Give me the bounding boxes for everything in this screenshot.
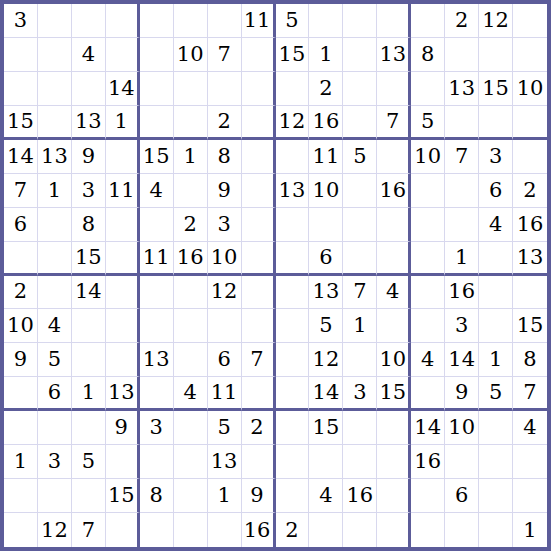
cell-r2c5-empty[interactable] — [140, 38, 174, 72]
cell-r2c9-given: 15 — [276, 38, 310, 72]
cell-r9c12-given: 4 — [377, 276, 411, 310]
cell-r5c8-empty[interactable] — [242, 140, 276, 174]
cell-r11c5-given: 13 — [140, 343, 174, 377]
cell-r13c7-given: 5 — [208, 411, 242, 445]
cell-r15c8-given: 9 — [242, 479, 276, 513]
cell-r11c1-given: 9 — [4, 343, 38, 377]
cell-r12c6-given: 4 — [174, 377, 208, 411]
cell-r9c7-given: 12 — [208, 276, 242, 310]
sudoku-16x16-board: 3115212410715113814213151015131212167514… — [0, 0, 551, 551]
cell-r6c9-given: 13 — [276, 174, 310, 208]
cell-r5c11-given: 5 — [343, 140, 377, 174]
cell-r9c14-given: 16 — [445, 276, 479, 310]
cell-r10c9-empty[interactable] — [276, 309, 310, 343]
cell-r16c7-empty[interactable] — [208, 513, 242, 547]
cell-r11c13-given: 4 — [411, 343, 445, 377]
cell-r3c8-empty[interactable] — [242, 72, 276, 106]
cell-r15c3-empty[interactable] — [72, 479, 106, 513]
cell-r2c10-given: 1 — [309, 38, 343, 72]
cell-r10c12-empty[interactable] — [377, 309, 411, 343]
cell-r3c14-given: 13 — [445, 72, 479, 106]
cell-r7c14-empty[interactable] — [445, 208, 479, 242]
cell-r3c16-given: 10 — [513, 72, 547, 106]
cell-r14c11-empty[interactable] — [343, 445, 377, 479]
cell-r10c15-empty[interactable] — [479, 309, 513, 343]
cell-r5c1-given: 14 — [4, 140, 38, 174]
cell-r14c5-empty[interactable] — [140, 445, 174, 479]
cell-r16c10-empty[interactable] — [309, 513, 343, 547]
cell-r3c1-empty[interactable] — [4, 72, 38, 106]
cell-r11c6-empty[interactable] — [174, 343, 208, 377]
cell-r11c9-empty[interactable] — [276, 343, 310, 377]
cell-r8c11-empty[interactable] — [343, 242, 377, 276]
cell-r3c2-empty[interactable] — [38, 72, 72, 106]
cell-r10c14-given: 3 — [445, 309, 479, 343]
cell-r15c13-empty[interactable] — [411, 479, 445, 513]
cell-r1c10-empty[interactable] — [309, 4, 343, 38]
cell-r10c5-empty[interactable] — [140, 309, 174, 343]
cell-r6c15-given: 6 — [479, 174, 513, 208]
cell-r12c16-given: 7 — [513, 377, 547, 411]
cell-r7c7-given: 3 — [208, 208, 242, 242]
cell-r14c3-given: 5 — [72, 445, 106, 479]
cell-r3c3-empty[interactable] — [72, 72, 106, 106]
cell-r1c3-empty[interactable] — [72, 4, 106, 38]
cell-r7c12-empty[interactable] — [377, 208, 411, 242]
cell-r3c11-empty[interactable] — [343, 72, 377, 106]
cell-r12c7-given: 11 — [208, 377, 242, 411]
cell-r9c6-empty[interactable] — [174, 276, 208, 310]
cell-r6c2-given: 1 — [38, 174, 72, 208]
cell-r13c16-given: 4 — [513, 411, 547, 445]
cell-r4c14-empty[interactable] — [445, 106, 479, 140]
cell-r7c6-given: 2 — [174, 208, 208, 242]
cell-r10c2-given: 4 — [38, 309, 72, 343]
cell-r4c4-given: 1 — [106, 106, 140, 140]
cell-r5c5-given: 15 — [140, 140, 174, 174]
cell-r5c12-empty[interactable] — [377, 140, 411, 174]
cell-r9c3-given: 14 — [72, 276, 106, 310]
cell-r6c4-given: 11 — [106, 174, 140, 208]
cell-r2c1-empty[interactable] — [4, 38, 38, 72]
cell-r2c11-empty[interactable] — [343, 38, 377, 72]
cell-r3c5-empty[interactable] — [140, 72, 174, 106]
cell-r1c4-empty[interactable] — [106, 4, 140, 38]
cell-r2c3-given: 4 — [72, 38, 106, 72]
cell-r2c4-empty[interactable] — [106, 38, 140, 72]
cell-r9c2-empty[interactable] — [38, 276, 72, 310]
cell-r3c4-given: 14 — [106, 72, 140, 106]
cell-r13c3-empty[interactable] — [72, 411, 106, 445]
cell-r12c2-given: 6 — [38, 377, 72, 411]
cell-r11c16-given: 8 — [513, 343, 547, 377]
cell-r12c3-given: 1 — [72, 377, 106, 411]
cell-r14c6-empty[interactable] — [174, 445, 208, 479]
cell-r10c8-empty[interactable] — [242, 309, 276, 343]
cell-r13c13-given: 14 — [411, 411, 445, 445]
cell-r4c13-given: 5 — [411, 106, 445, 140]
cell-r1c1-given: 3 — [4, 4, 38, 38]
cell-r4c16-empty[interactable] — [513, 106, 547, 140]
cell-r15c6-empty[interactable] — [174, 479, 208, 513]
cell-r16c15-empty[interactable] — [479, 513, 513, 547]
cell-r4c9-given: 12 — [276, 106, 310, 140]
cell-r2c2-empty[interactable] — [38, 38, 72, 72]
cell-r13c15-empty[interactable] — [479, 411, 513, 445]
cell-r13c1-empty[interactable] — [4, 411, 38, 445]
cell-r9c11-given: 7 — [343, 276, 377, 310]
cell-r16c4-empty[interactable] — [106, 513, 140, 547]
cell-r11c15-given: 1 — [479, 343, 513, 377]
cell-r15c10-given: 4 — [309, 479, 343, 513]
cell-r1c15-given: 12 — [479, 4, 513, 38]
cell-r6c10-given: 10 — [309, 174, 343, 208]
cell-r10c13-empty[interactable] — [411, 309, 445, 343]
cell-r12c13-empty[interactable] — [411, 377, 445, 411]
cell-r12c9-empty[interactable] — [276, 377, 310, 411]
cell-r8c15-empty[interactable] — [479, 242, 513, 276]
cell-r8c3-given: 15 — [72, 242, 106, 276]
cell-r10c16-given: 15 — [513, 309, 547, 343]
cell-r7c16-given: 16 — [513, 208, 547, 242]
cell-r15c12-empty[interactable] — [377, 479, 411, 513]
cell-r2c12-given: 13 — [377, 38, 411, 72]
cell-r8c8-empty[interactable] — [242, 242, 276, 276]
cell-r2c6-given: 10 — [174, 38, 208, 72]
cell-r4c15-empty[interactable] — [479, 106, 513, 140]
cell-r8c10-given: 6 — [309, 242, 343, 276]
cell-r13c8-given: 2 — [242, 411, 276, 445]
cell-r7c3-given: 8 — [72, 208, 106, 242]
cell-r4c1-given: 15 — [4, 106, 38, 140]
cell-r16c11-empty[interactable] — [343, 513, 377, 547]
cell-r1c16-empty[interactable] — [513, 4, 547, 38]
cell-r7c10-empty[interactable] — [309, 208, 343, 242]
cell-r5c13-given: 10 — [411, 140, 445, 174]
cell-r10c6-empty[interactable] — [174, 309, 208, 343]
cell-r12c15-given: 5 — [479, 377, 513, 411]
cell-r13c11-empty[interactable] — [343, 411, 377, 445]
cell-r13c4-given: 9 — [106, 411, 140, 445]
cell-r2c13-given: 8 — [411, 38, 445, 72]
cell-r12c10-given: 14 — [309, 377, 343, 411]
cell-r1c14-given: 2 — [445, 4, 479, 38]
cell-r9c1-given: 2 — [4, 276, 38, 310]
cell-r7c9-empty[interactable] — [276, 208, 310, 242]
cell-r11c14-given: 14 — [445, 343, 479, 377]
cell-r15c1-empty[interactable] — [4, 479, 38, 513]
cell-r16c3-given: 7 — [72, 513, 106, 547]
cell-r6c13-empty[interactable] — [411, 174, 445, 208]
cell-r9c10-given: 13 — [309, 276, 343, 310]
cell-r13c2-empty[interactable] — [38, 411, 72, 445]
cell-r13c10-given: 15 — [309, 411, 343, 445]
cell-r14c7-given: 13 — [208, 445, 242, 479]
cell-r8c9-empty[interactable] — [276, 242, 310, 276]
cell-r13c12-empty[interactable] — [377, 411, 411, 445]
cell-r14c2-given: 3 — [38, 445, 72, 479]
cell-r7c13-empty[interactable] — [411, 208, 445, 242]
cell-r3c13-empty[interactable] — [411, 72, 445, 106]
cell-r2c8-empty[interactable] — [242, 38, 276, 72]
cell-r6c3-given: 3 — [72, 174, 106, 208]
cell-r6c11-empty[interactable] — [343, 174, 377, 208]
cell-r9c8-empty[interactable] — [242, 276, 276, 310]
cell-r6c5-given: 4 — [140, 174, 174, 208]
cell-r3c7-empty[interactable] — [208, 72, 242, 106]
cell-r5c9-empty[interactable] — [276, 140, 310, 174]
cell-r3c10-given: 2 — [309, 72, 343, 106]
cell-r4c6-empty[interactable] — [174, 106, 208, 140]
cell-r4c12-given: 7 — [377, 106, 411, 140]
cell-r15c11-given: 16 — [343, 479, 377, 513]
cell-r16c2-given: 12 — [38, 513, 72, 547]
cell-r6c1-given: 7 — [4, 174, 38, 208]
cell-r10c11-given: 1 — [343, 309, 377, 343]
cell-r4c7-given: 2 — [208, 106, 242, 140]
cell-r2c15-empty[interactable] — [479, 38, 513, 72]
cell-r9c4-empty[interactable] — [106, 276, 140, 310]
cell-r4c2-empty[interactable] — [38, 106, 72, 140]
cell-r6c6-empty[interactable] — [174, 174, 208, 208]
cell-r1c11-empty[interactable] — [343, 4, 377, 38]
cell-r14c16-empty[interactable] — [513, 445, 547, 479]
cell-r9c13-empty[interactable] — [411, 276, 445, 310]
cell-r13c9-empty[interactable] — [276, 411, 310, 445]
cell-r6c12-given: 16 — [377, 174, 411, 208]
cell-r3c15-given: 15 — [479, 72, 513, 106]
cell-r1c2-empty[interactable] — [38, 4, 72, 38]
cell-r12c1-empty[interactable] — [4, 377, 38, 411]
cell-r7c11-empty[interactable] — [343, 208, 377, 242]
cell-r4c8-empty[interactable] — [242, 106, 276, 140]
cell-r16c8-given: 16 — [242, 513, 276, 547]
cell-r5c10-given: 11 — [309, 140, 343, 174]
cell-r11c8-given: 7 — [242, 343, 276, 377]
cell-r11c10-given: 12 — [309, 343, 343, 377]
cell-r8c5-given: 11 — [140, 242, 174, 276]
cell-r2c16-empty[interactable] — [513, 38, 547, 72]
cell-r10c4-empty[interactable] — [106, 309, 140, 343]
cell-r11c12-given: 10 — [377, 343, 411, 377]
cell-r16c14-empty[interactable] — [445, 513, 479, 547]
cell-r11c11-empty[interactable] — [343, 343, 377, 377]
cell-r16c16-given: 1 — [513, 513, 547, 547]
cell-r12c4-given: 13 — [106, 377, 140, 411]
cell-r2c7-given: 7 — [208, 38, 242, 72]
cell-r10c10-given: 5 — [309, 309, 343, 343]
cell-r8c14-given: 1 — [445, 242, 479, 276]
cell-r6c16-given: 2 — [513, 174, 547, 208]
cell-r7c4-empty[interactable] — [106, 208, 140, 242]
cell-r15c7-given: 1 — [208, 479, 242, 513]
cell-r13c14-given: 10 — [445, 411, 479, 445]
cell-r5c3-given: 9 — [72, 140, 106, 174]
cell-r12c12-given: 15 — [377, 377, 411, 411]
cell-r8c16-given: 13 — [513, 242, 547, 276]
cell-r13c5-given: 3 — [140, 411, 174, 445]
cell-r5c16-empty[interactable] — [513, 140, 547, 174]
cell-r6c8-empty[interactable] — [242, 174, 276, 208]
cell-r7c1-given: 6 — [4, 208, 38, 242]
cell-r6c14-empty[interactable] — [445, 174, 479, 208]
cell-r14c8-empty[interactable] — [242, 445, 276, 479]
cell-r12c8-empty[interactable] — [242, 377, 276, 411]
cell-r14c1-given: 1 — [4, 445, 38, 479]
cell-r10c7-empty[interactable] — [208, 309, 242, 343]
cell-r13c6-empty[interactable] — [174, 411, 208, 445]
cell-r8c1-empty[interactable] — [4, 242, 38, 276]
cell-r10c1-given: 10 — [4, 309, 38, 343]
cell-r5c4-empty[interactable] — [106, 140, 140, 174]
cell-r5c14-given: 7 — [445, 140, 479, 174]
cell-r4c10-given: 16 — [309, 106, 343, 140]
cell-r5c6-given: 1 — [174, 140, 208, 174]
cell-r7c2-empty[interactable] — [38, 208, 72, 242]
cell-r16c12-empty[interactable] — [377, 513, 411, 547]
cell-r11c7-given: 6 — [208, 343, 242, 377]
cell-r14c10-empty[interactable] — [309, 445, 343, 479]
cell-r12c5-empty[interactable] — [140, 377, 174, 411]
cell-r4c5-empty[interactable] — [140, 106, 174, 140]
cell-r14c14-empty[interactable] — [445, 445, 479, 479]
cell-r15c16-empty[interactable] — [513, 479, 547, 513]
cell-r14c13-given: 16 — [411, 445, 445, 479]
cell-r8c7-given: 10 — [208, 242, 242, 276]
cell-r16c6-empty[interactable] — [174, 513, 208, 547]
cell-r9c15-empty[interactable] — [479, 276, 513, 310]
cell-r4c3-given: 13 — [72, 106, 106, 140]
cell-r10c3-empty[interactable] — [72, 309, 106, 343]
cell-r1c6-empty[interactable] — [174, 4, 208, 38]
cell-r1c12-empty[interactable] — [377, 4, 411, 38]
cell-r9c5-empty[interactable] — [140, 276, 174, 310]
cell-r16c5-empty[interactable] — [140, 513, 174, 547]
cell-r11c4-empty[interactable] — [106, 343, 140, 377]
cell-r1c9-given: 5 — [276, 4, 310, 38]
cell-r15c2-empty[interactable] — [38, 479, 72, 513]
cell-r15c9-empty[interactable] — [276, 479, 310, 513]
cell-r3c9-empty[interactable] — [276, 72, 310, 106]
cell-r16c13-empty[interactable] — [411, 513, 445, 547]
cell-r12c14-given: 9 — [445, 377, 479, 411]
cell-r7c8-empty[interactable] — [242, 208, 276, 242]
cell-r15c4-given: 15 — [106, 479, 140, 513]
cell-r7c5-empty[interactable] — [140, 208, 174, 242]
cell-r11c2-given: 5 — [38, 343, 72, 377]
cell-r5c15-given: 3 — [479, 140, 513, 174]
cell-r14c9-empty[interactable] — [276, 445, 310, 479]
cell-r2c14-empty[interactable] — [445, 38, 479, 72]
cell-r5c7-given: 8 — [208, 140, 242, 174]
cell-r8c6-given: 16 — [174, 242, 208, 276]
cell-r14c4-empty[interactable] — [106, 445, 140, 479]
cell-r15c15-empty[interactable] — [479, 479, 513, 513]
cell-r15c14-given: 6 — [445, 479, 479, 513]
cell-r8c12-empty[interactable] — [377, 242, 411, 276]
cell-r8c13-empty[interactable] — [411, 242, 445, 276]
cell-r15c5-given: 8 — [140, 479, 174, 513]
cell-r6c7-given: 9 — [208, 174, 242, 208]
cell-r3c12-empty[interactable] — [377, 72, 411, 106]
cell-r4c11-empty[interactable] — [343, 106, 377, 140]
cell-r14c15-empty[interactable] — [479, 445, 513, 479]
cell-r5c2-given: 13 — [38, 140, 72, 174]
cell-r3c6-empty[interactable] — [174, 72, 208, 106]
cell-r8c2-empty[interactable] — [38, 242, 72, 276]
cell-r16c9-given: 2 — [276, 513, 310, 547]
cell-r11c3-empty[interactable] — [72, 343, 106, 377]
cell-r9c9-empty[interactable] — [276, 276, 310, 310]
cell-r14c12-empty[interactable] — [377, 445, 411, 479]
cell-r16c1-empty[interactable] — [4, 513, 38, 547]
cell-r1c7-empty[interactable] — [208, 4, 242, 38]
cell-r8c4-empty[interactable] — [106, 242, 140, 276]
cell-r1c13-empty[interactable] — [411, 4, 445, 38]
cell-r9c16-empty[interactable] — [513, 276, 547, 310]
cell-r1c5-empty[interactable] — [140, 4, 174, 38]
cell-r12c11-given: 3 — [343, 377, 377, 411]
cell-r1c8-given: 11 — [242, 4, 276, 38]
cell-r7c15-given: 4 — [479, 208, 513, 242]
